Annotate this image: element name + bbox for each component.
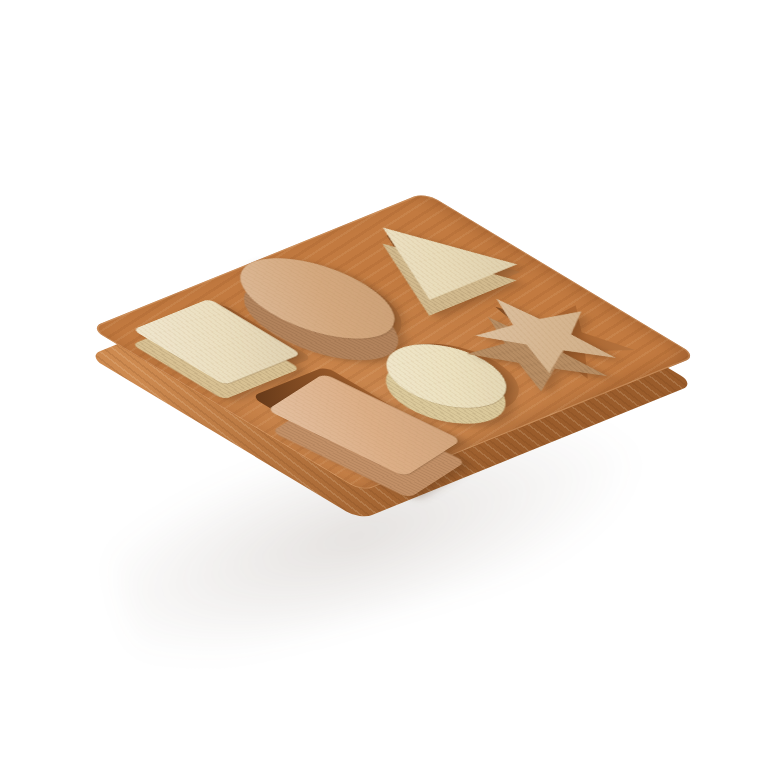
product-photo-canvas [0,0,768,768]
